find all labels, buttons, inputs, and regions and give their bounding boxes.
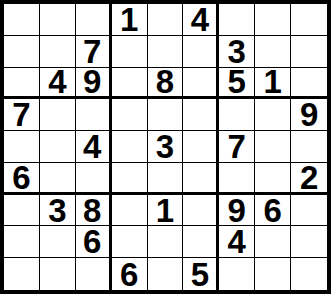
cell-r9c2[interactable]	[40, 258, 76, 290]
cell-r2c9[interactable]	[291, 36, 327, 68]
cell-r5c3[interactable]: 4	[76, 131, 112, 163]
cell-r3c9[interactable]	[291, 68, 327, 100]
cell-r1c5[interactable]	[148, 4, 184, 36]
cell-r5c1[interactable]	[4, 131, 40, 163]
cell-r6c4[interactable]	[112, 163, 148, 195]
cell-r5c8[interactable]	[255, 131, 291, 163]
cell-r6c7[interactable]	[219, 163, 255, 195]
cell-r6c6[interactable]	[183, 163, 219, 195]
cell-r8c8[interactable]	[255, 226, 291, 258]
cell-r3c1[interactable]	[4, 68, 40, 100]
cell-r1c8[interactable]	[255, 4, 291, 36]
cell-r2c8[interactable]	[255, 36, 291, 68]
cell-r2c1[interactable]	[4, 36, 40, 68]
cell-r7c2[interactable]: 3	[40, 195, 76, 227]
cell-r1c3[interactable]	[76, 4, 112, 36]
cell-r4c3[interactable]	[76, 99, 112, 131]
cell-r8c1[interactable]	[4, 226, 40, 258]
cell-r1c1[interactable]	[4, 4, 40, 36]
cell-r7c6[interactable]	[183, 195, 219, 227]
cell-r5c9[interactable]	[291, 131, 327, 163]
cell-r2c6[interactable]	[183, 36, 219, 68]
cell-r8c9[interactable]	[291, 226, 327, 258]
cell-r7c1[interactable]	[4, 195, 40, 227]
cell-r3c5[interactable]: 8	[148, 68, 184, 100]
cell-r5c5[interactable]: 3	[148, 131, 184, 163]
cell-r6c1[interactable]: 6	[4, 163, 40, 195]
cell-r8c4[interactable]	[112, 226, 148, 258]
cell-r2c7[interactable]: 3	[219, 36, 255, 68]
cell-r6c5[interactable]	[148, 163, 184, 195]
cell-r8c6[interactable]	[183, 226, 219, 258]
cell-r3c2[interactable]: 4	[40, 68, 76, 100]
cell-r3c8[interactable]: 1	[255, 68, 291, 100]
cell-r7c5[interactable]: 1	[148, 195, 184, 227]
cell-r9c8[interactable]	[255, 258, 291, 290]
cell-r8c3[interactable]: 6	[76, 226, 112, 258]
cell-r8c5[interactable]	[148, 226, 184, 258]
cell-r9c9[interactable]	[291, 258, 327, 290]
cell-r9c5[interactable]	[148, 258, 184, 290]
cell-r5c7[interactable]: 7	[219, 131, 255, 163]
cell-r3c3[interactable]: 9	[76, 68, 112, 100]
cell-r9c4[interactable]: 6	[112, 258, 148, 290]
cell-r6c3[interactable]	[76, 163, 112, 195]
cell-r6c2[interactable]	[40, 163, 76, 195]
cell-r2c5[interactable]	[148, 36, 184, 68]
cell-r9c7[interactable]	[219, 258, 255, 290]
cell-r5c6[interactable]	[183, 131, 219, 163]
cell-r1c7[interactable]	[219, 4, 255, 36]
cell-r1c9[interactable]	[291, 4, 327, 36]
cell-r4c4[interactable]	[112, 99, 148, 131]
cell-r4c7[interactable]	[219, 99, 255, 131]
cell-r7c4[interactable]	[112, 195, 148, 227]
cell-r3c6[interactable]	[183, 68, 219, 100]
cell-r4c6[interactable]	[183, 99, 219, 131]
cell-r3c7[interactable]: 5	[219, 68, 255, 100]
cell-r3c4[interactable]	[112, 68, 148, 100]
cell-r4c2[interactable]	[40, 99, 76, 131]
cell-r2c2[interactable]	[40, 36, 76, 68]
cell-r9c6[interactable]: 5	[183, 258, 219, 290]
cell-r9c1[interactable]	[4, 258, 40, 290]
cell-r5c4[interactable]	[112, 131, 148, 163]
sudoku-board: 1473498517943762381966465	[0, 0, 331, 294]
cell-r8c2[interactable]	[40, 226, 76, 258]
cell-r4c5[interactable]	[148, 99, 184, 131]
cell-r7c8[interactable]: 6	[255, 195, 291, 227]
cell-r1c4[interactable]: 1	[112, 4, 148, 36]
cell-r5c2[interactable]	[40, 131, 76, 163]
cell-r7c3[interactable]: 8	[76, 195, 112, 227]
cell-r7c7[interactable]: 9	[219, 195, 255, 227]
cell-r8c7[interactable]: 4	[219, 226, 255, 258]
cell-r7c9[interactable]	[291, 195, 327, 227]
cell-r1c6[interactable]: 4	[183, 4, 219, 36]
cell-r1c2[interactable]	[40, 4, 76, 36]
cell-r4c8[interactable]	[255, 99, 291, 131]
cell-r4c9[interactable]: 9	[291, 99, 327, 131]
cell-r2c4[interactable]	[112, 36, 148, 68]
cell-r6c8[interactable]	[255, 163, 291, 195]
cell-r4c1[interactable]: 7	[4, 99, 40, 131]
cell-r6c9[interactable]: 2	[291, 163, 327, 195]
cell-r9c3[interactable]	[76, 258, 112, 290]
cell-r2c3[interactable]: 7	[76, 36, 112, 68]
